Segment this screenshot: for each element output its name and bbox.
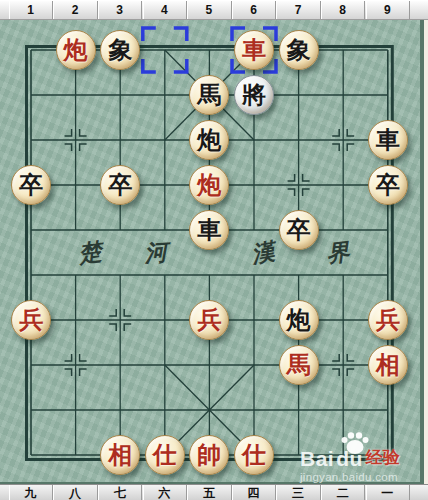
xiangqi-app-window: 123456789 楚河漢界 炮象車象馬將炮車卒卒炮卒車卒兵兵炮兵馬相相仕帥仕 … <box>0 0 428 500</box>
baidu-paw-icon <box>340 431 370 455</box>
piece-black-chariot[interactable]: 車 <box>368 120 408 160</box>
top-coordinate-7: 7 <box>276 1 321 19</box>
top-coordinate-3: 3 <box>98 1 143 19</box>
piece-red-chariot[interactable]: 車 <box>234 30 274 70</box>
piece-black-soldier[interactable]: 卒 <box>368 165 408 205</box>
bottom-coordinate-strip: 九八七六五四三二一 <box>0 484 428 500</box>
top-coordinate-6: 6 <box>232 1 277 19</box>
baidu-watermark: Bai du 经验 jingyan.baidu.com <box>300 441 428 483</box>
piece-black-chariot[interactable]: 車 <box>189 210 229 250</box>
piece-red-advisor[interactable]: 仕 <box>234 435 274 475</box>
board-grid[interactable]: 炮象車象馬將炮車卒卒炮卒車卒兵兵炮兵馬相相仕帥仕 <box>9 28 410 478</box>
top-coordinate-5: 5 <box>187 1 232 19</box>
bottom-coordinate-7: 三 <box>276 485 321 500</box>
bottom-coordinate-6: 四 <box>232 485 277 500</box>
bottom-coordinate-2: 八 <box>53 485 98 500</box>
piece-red-soldier[interactable]: 兵 <box>189 300 229 340</box>
bottom-coordinate-8: 二 <box>321 485 366 500</box>
baidu-jingyan-label: 经验 <box>366 446 400 469</box>
piece-black-general[interactable]: 將 <box>234 75 274 115</box>
piece-red-cannon[interactable]: 炮 <box>56 30 96 70</box>
baidu-logo: Bai du 经验 <box>300 441 428 469</box>
piece-black-elephant[interactable]: 象 <box>279 30 319 70</box>
piece-black-horse[interactable]: 馬 <box>189 75 229 115</box>
top-coordinate-2: 2 <box>53 1 98 19</box>
bottom-coordinate-1: 九 <box>9 485 54 500</box>
top-coordinate-strip: 123456789 <box>0 0 428 20</box>
top-coordinate-4: 4 <box>143 1 188 19</box>
piece-black-cannon[interactable]: 炮 <box>189 120 229 160</box>
top-coordinate-9: 9 <box>366 1 411 19</box>
watermark-url: jingyan.baidu.com <box>300 471 428 483</box>
piece-red-elephant[interactable]: 相 <box>100 435 140 475</box>
piece-red-elephant[interactable]: 相 <box>368 345 408 385</box>
bottom-coordinate-9: 一 <box>366 485 411 500</box>
piece-red-soldier[interactable]: 兵 <box>368 300 408 340</box>
piece-black-soldier[interactable]: 卒 <box>11 165 51 205</box>
piece-black-elephant[interactable]: 象 <box>100 30 140 70</box>
piece-black-soldier[interactable]: 卒 <box>279 210 319 250</box>
piece-black-soldier[interactable]: 卒 <box>100 165 140 205</box>
bottom-coordinate-4: 六 <box>143 485 188 500</box>
baidu-logo-text-bai: Bai <box>300 448 334 469</box>
bottom-coordinate-5: 五 <box>187 485 232 500</box>
piece-red-horse[interactable]: 馬 <box>279 345 319 385</box>
piece-black-cannon[interactable]: 炮 <box>279 300 319 340</box>
piece-red-advisor[interactable]: 仕 <box>145 435 185 475</box>
top-coordinate-1: 1 <box>9 1 54 19</box>
piece-red-general[interactable]: 帥 <box>189 435 229 475</box>
top-coordinate-8: 8 <box>321 1 366 19</box>
bottom-coordinate-3: 七 <box>98 485 143 500</box>
piece-red-soldier[interactable]: 兵 <box>11 300 51 340</box>
piece-red-cannon[interactable]: 炮 <box>189 165 229 205</box>
